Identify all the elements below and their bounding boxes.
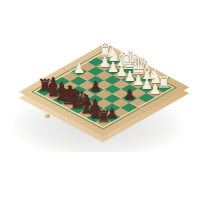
brass-clasp-icon — [45, 114, 50, 118]
piece-black-rook[interactable]: ♜ — [96, 108, 111, 125]
piece-black-pawn[interactable]: ♟ — [89, 79, 102, 93]
piece-white-pawn[interactable]: ♟ — [149, 82, 162, 96]
piece-white-pawn[interactable]: ♟ — [73, 61, 86, 75]
piece-black-pawn[interactable]: ♟ — [123, 87, 136, 101]
chess-set-photo: ♜♞♝♛♚♝♞♜♟♟♟♟♟♟♟♟♟♟♟♟♟♟♟♟♜♞♝♛♚♝♞♜ — [0, 0, 200, 200]
